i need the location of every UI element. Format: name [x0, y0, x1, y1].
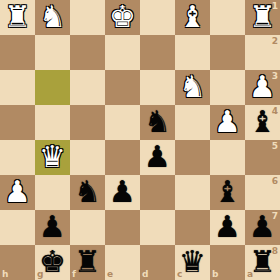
square-h2[interactable] — [0, 35, 35, 70]
square-b1[interactable] — [210, 0, 245, 35]
black-pawn-e6[interactable]: ♟︎ — [109, 174, 136, 209]
rank-label-7: 7 — [272, 212, 278, 221]
black-knight-f6[interactable]: ♞︎ — [74, 174, 101, 209]
square-d3[interactable] — [140, 70, 175, 105]
square-g5[interactable]: ♛︎ — [35, 140, 70, 175]
file-label-f: f — [72, 270, 76, 279]
square-e2[interactable] — [105, 35, 140, 70]
square-c6[interactable] — [175, 175, 210, 210]
square-f4[interactable] — [70, 105, 105, 140]
square-b7[interactable]: ♟︎ — [210, 210, 245, 245]
square-g2[interactable] — [35, 35, 70, 70]
square-f5[interactable] — [70, 140, 105, 175]
square-f6[interactable]: ♞︎ — [70, 175, 105, 210]
file-label-b: b — [212, 270, 218, 279]
square-g4[interactable] — [35, 105, 70, 140]
square-f2[interactable] — [70, 35, 105, 70]
square-b2[interactable] — [210, 35, 245, 70]
square-a3[interactable]: ♟︎3 — [245, 70, 280, 105]
black-pawn-d5[interactable]: ♟︎ — [144, 139, 171, 174]
white-rook-h1[interactable]: ♜︎ — [4, 0, 31, 34]
square-b4[interactable]: ♟︎ — [210, 105, 245, 140]
file-label-c: c — [177, 270, 182, 279]
rank-label-5: 5 — [272, 142, 278, 151]
square-g1[interactable]: ♞︎ — [35, 0, 70, 35]
square-e1[interactable]: ♚︎ — [105, 0, 140, 35]
square-d5[interactable]: ♟︎ — [140, 140, 175, 175]
rank-label-3: 3 — [272, 72, 278, 81]
white-knight-c3[interactable]: ♞︎ — [179, 69, 206, 104]
rank-label-2: 2 — [272, 37, 278, 46]
square-b5[interactable] — [210, 140, 245, 175]
square-d2[interactable] — [140, 35, 175, 70]
black-bishop-b6[interactable]: ♝︎ — [214, 174, 241, 209]
white-king-e1[interactable]: ♚︎ — [109, 0, 136, 34]
square-d7[interactable] — [140, 210, 175, 245]
black-pawn-g7[interactable]: ♟︎ — [39, 209, 66, 244]
square-h6[interactable]: ♟︎ — [0, 175, 35, 210]
file-label-h: h — [2, 270, 8, 279]
square-e5[interactable] — [105, 140, 140, 175]
rank-label-6: 6 — [272, 177, 278, 186]
square-a7[interactable]: ♟︎7 — [245, 210, 280, 245]
black-queen-c8[interactable]: ♛︎ — [179, 244, 206, 279]
file-label-e: e — [107, 270, 113, 279]
square-h7[interactable] — [0, 210, 35, 245]
square-f1[interactable] — [70, 0, 105, 35]
rank-label-8: 8 — [272, 247, 278, 256]
square-f8[interactable]: ♜︎f — [70, 245, 105, 280]
black-pawn-b7[interactable]: ♟︎ — [214, 209, 241, 244]
square-e3[interactable] — [105, 70, 140, 105]
chess-board: ♜︎♞︎♚︎♝︎♜︎12♞︎♟︎3♞︎♟︎♝︎4♛︎♟︎5♟︎♞︎♟︎♝︎6♟︎… — [0, 0, 280, 280]
square-d1[interactable] — [140, 0, 175, 35]
rank-label-1: 1 — [272, 2, 278, 11]
square-b6[interactable]: ♝︎ — [210, 175, 245, 210]
rank-label-4: 4 — [272, 107, 278, 116]
square-g6[interactable] — [35, 175, 70, 210]
file-label-a: a — [247, 270, 253, 279]
square-b3[interactable] — [210, 70, 245, 105]
square-b8[interactable]: b — [210, 245, 245, 280]
black-rook-f8[interactable]: ♜︎ — [74, 244, 101, 279]
square-h1[interactable]: ♜︎ — [0, 0, 35, 35]
square-e6[interactable]: ♟︎ — [105, 175, 140, 210]
square-a8[interactable]: ♜︎8a — [245, 245, 280, 280]
white-knight-g1[interactable]: ♞︎ — [39, 0, 66, 34]
square-h4[interactable] — [0, 105, 35, 140]
square-g3[interactable] — [35, 70, 70, 105]
square-a4[interactable]: ♝︎4 — [245, 105, 280, 140]
square-f7[interactable] — [70, 210, 105, 245]
file-label-g: g — [37, 270, 43, 279]
file-label-d: d — [142, 270, 148, 279]
square-e7[interactable] — [105, 210, 140, 245]
square-c4[interactable] — [175, 105, 210, 140]
square-h5[interactable] — [0, 140, 35, 175]
square-e4[interactable] — [105, 105, 140, 140]
square-d6[interactable] — [140, 175, 175, 210]
square-e8[interactable]: e — [105, 245, 140, 280]
white-pawn-b4[interactable]: ♟︎ — [214, 104, 241, 139]
square-c5[interactable] — [175, 140, 210, 175]
white-bishop-c1[interactable]: ♝︎ — [179, 0, 206, 34]
square-a2[interactable]: 2 — [245, 35, 280, 70]
square-a1[interactable]: ♜︎1 — [245, 0, 280, 35]
square-h3[interactable] — [0, 70, 35, 105]
square-d4[interactable]: ♞︎ — [140, 105, 175, 140]
square-g8[interactable]: ♚︎g — [35, 245, 70, 280]
square-h8[interactable]: h — [0, 245, 35, 280]
black-knight-d4[interactable]: ♞︎ — [144, 104, 171, 139]
square-a5[interactable]: 5 — [245, 140, 280, 175]
square-c1[interactable]: ♝︎ — [175, 0, 210, 35]
square-c3[interactable]: ♞︎ — [175, 70, 210, 105]
white-queen-g5[interactable]: ♛︎ — [39, 139, 66, 174]
square-c7[interactable] — [175, 210, 210, 245]
square-a6[interactable]: 6 — [245, 175, 280, 210]
square-c2[interactable] — [175, 35, 210, 70]
square-d8[interactable]: d — [140, 245, 175, 280]
square-f3[interactable] — [70, 70, 105, 105]
square-g7[interactable]: ♟︎ — [35, 210, 70, 245]
white-pawn-h6[interactable]: ♟︎ — [4, 174, 31, 209]
square-c8[interactable]: ♛︎c — [175, 245, 210, 280]
